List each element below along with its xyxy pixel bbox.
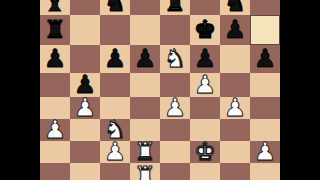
black-pawn-icon: ♟ — [193, 46, 218, 71]
black-pawn-icon: ♟ — [133, 46, 158, 71]
square-g2[interactable] — [220, 141, 250, 163]
square-g7[interactable]: ♟ — [220, 15, 250, 45]
square-f1[interactable] — [190, 163, 220, 180]
square-g6[interactable] — [220, 45, 250, 73]
square-b2[interactable] — [70, 141, 100, 163]
square-e8[interactable]: ♜ — [160, 0, 190, 15]
white-pawn-icon: ♟ — [73, 95, 98, 120]
square-g8[interactable]: ♞ — [220, 0, 250, 15]
square-c2[interactable]: ♟ — [100, 141, 130, 163]
white-knight-icon: ♞ — [163, 46, 188, 71]
square-g4[interactable]: ♟ — [220, 97, 250, 119]
square-e1[interactable] — [160, 163, 190, 180]
square-h6[interactable]: ♟ — [250, 45, 280, 73]
black-bishop-icon: ♝ — [43, 0, 68, 15]
white-rook-icon: ♜ — [133, 163, 158, 180]
square-e7[interactable] — [160, 15, 190, 45]
square-f4[interactable] — [190, 97, 220, 119]
square-a1[interactable] — [40, 163, 70, 180]
highlighted-square-h7[interactable] — [250, 15, 280, 45]
square-f6[interactable]: ♟ — [190, 45, 220, 73]
square-g5[interactable] — [220, 73, 250, 97]
square-e4[interactable]: ♟ — [160, 97, 190, 119]
square-c1[interactable] — [100, 163, 130, 180]
black-pawn-icon: ♟ — [73, 72, 98, 97]
square-b5[interactable]: ♟ — [70, 73, 100, 97]
square-c4[interactable] — [100, 97, 130, 119]
left-black-bar — [0, 0, 40, 180]
square-b7[interactable] — [70, 15, 100, 45]
square-f5[interactable]: ♟ — [190, 73, 220, 97]
square-f8[interactable] — [190, 0, 220, 15]
square-a4[interactable] — [40, 97, 70, 119]
square-d7[interactable] — [130, 15, 160, 45]
white-pawn-icon: ♟ — [193, 72, 218, 97]
square-e5[interactable] — [160, 73, 190, 97]
white-king-icon: ♚ — [193, 139, 218, 164]
square-c5[interactable] — [100, 73, 130, 97]
white-pawn-icon: ♟ — [163, 95, 188, 120]
square-b8[interactable] — [70, 0, 100, 15]
black-pawn-icon: ♟ — [223, 17, 248, 42]
square-f2[interactable]: ♚ — [190, 141, 220, 163]
square-e3[interactable] — [160, 119, 190, 141]
square-h8[interactable] — [250, 0, 280, 15]
square-d3[interactable] — [130, 119, 160, 141]
square-h4[interactable] — [250, 97, 280, 119]
square-c7[interactable] — [100, 15, 130, 45]
square-e2[interactable] — [160, 141, 190, 163]
black-knight-icon: ♞ — [223, 0, 248, 15]
black-rook-icon: ♜ — [43, 17, 68, 42]
square-b4[interactable]: ♟ — [70, 97, 100, 119]
white-pawn-icon: ♟ — [223, 95, 248, 120]
square-a6[interactable]: ♟ — [40, 45, 70, 73]
square-d5[interactable] — [130, 73, 160, 97]
square-b1[interactable] — [70, 163, 100, 180]
black-king-icon: ♚ — [193, 17, 218, 42]
square-a7[interactable]: ♜ — [40, 15, 70, 45]
white-rook-icon: ♜ — [133, 139, 158, 164]
square-h5[interactable] — [250, 73, 280, 97]
square-h3[interactable] — [250, 119, 280, 141]
right-black-bar — [280, 0, 320, 180]
black-pawn-icon: ♟ — [103, 46, 128, 71]
square-a2[interactable] — [40, 141, 70, 163]
square-d1[interactable]: ♜ — [130, 163, 160, 180]
square-f3[interactable] — [190, 119, 220, 141]
video-frame: ♝♞♜♞♜♚♟♟♟♟♞♟♟♟♟♟♟♟♟♞♟♜♚♟♜ — [0, 0, 320, 180]
white-pawn-icon: ♟ — [253, 139, 278, 164]
white-pawn-icon: ♟ — [43, 117, 68, 142]
square-a3[interactable]: ♟ — [40, 119, 70, 141]
black-rook-icon: ♜ — [163, 0, 188, 15]
white-pawn-icon: ♟ — [103, 139, 128, 164]
square-b6[interactable] — [70, 45, 100, 73]
black-pawn-icon: ♟ — [43, 46, 68, 71]
square-a5[interactable] — [40, 73, 70, 97]
square-d4[interactable] — [130, 97, 160, 119]
square-d2[interactable]: ♜ — [130, 141, 160, 163]
square-f7[interactable]: ♚ — [190, 15, 220, 45]
square-g1[interactable] — [220, 163, 250, 180]
black-pawn-icon: ♟ — [253, 46, 278, 71]
chess-board: ♝♞♜♞♜♚♟♟♟♟♞♟♟♟♟♟♟♟♟♞♟♜♚♟♜ — [40, 0, 280, 180]
black-knight-icon: ♞ — [103, 0, 128, 15]
square-d6[interactable]: ♟ — [130, 45, 160, 73]
white-knight-icon: ♞ — [103, 117, 128, 142]
square-c6[interactable]: ♟ — [100, 45, 130, 73]
square-c8[interactable]: ♞ — [100, 0, 130, 15]
square-e6[interactable]: ♞ — [160, 45, 190, 73]
square-h2[interactable]: ♟ — [250, 141, 280, 163]
square-h1[interactable] — [250, 163, 280, 180]
square-c3[interactable]: ♞ — [100, 119, 130, 141]
square-d8[interactable] — [130, 0, 160, 15]
square-b3[interactable] — [70, 119, 100, 141]
square-g3[interactable] — [220, 119, 250, 141]
square-a8[interactable]: ♝ — [40, 0, 70, 15]
